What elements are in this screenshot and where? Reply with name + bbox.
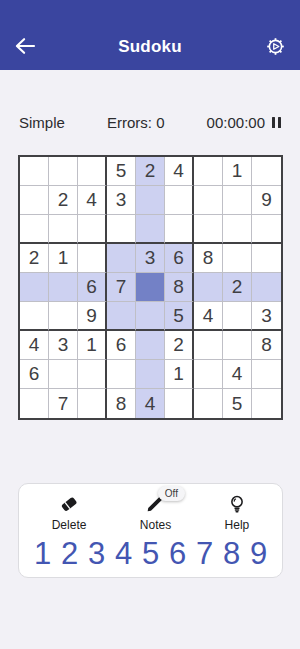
cell-r1c1[interactable] (20, 157, 49, 186)
cell-r2c3[interactable]: 4 (78, 186, 107, 215)
cell-r1c6[interactable]: 4 (165, 157, 194, 186)
cell-r4c2[interactable]: 1 (49, 244, 78, 273)
help-label: Help (225, 518, 250, 532)
cell-r2c8[interactable] (223, 186, 252, 215)
cell-r8c9[interactable] (252, 360, 281, 389)
back-arrow-icon (14, 37, 36, 55)
cell-r5c8[interactable]: 2 (223, 273, 252, 302)
cell-r3c5[interactable] (136, 215, 165, 244)
cell-r3c2[interactable] (49, 215, 78, 244)
cell-r6c6[interactable]: 5 (165, 302, 194, 331)
cell-r2c6[interactable] (165, 186, 194, 215)
cell-r6c7[interactable]: 4 (194, 302, 223, 331)
settings-button[interactable] (262, 34, 288, 58)
cell-r5c7[interactable] (194, 273, 223, 302)
back-button[interactable] (12, 34, 38, 58)
cell-r6c5[interactable] (136, 302, 165, 331)
sudoku-board: 5241243921368678295434316286147845 (18, 155, 283, 420)
cell-r6c8[interactable] (223, 302, 252, 331)
cell-r2c1[interactable] (20, 186, 49, 215)
cell-r3c7[interactable] (194, 215, 223, 244)
cell-r1c7[interactable] (194, 157, 223, 186)
cell-r5c2[interactable] (49, 273, 78, 302)
cell-r3c8[interactable] (223, 215, 252, 244)
cell-r9c3[interactable] (78, 389, 107, 418)
cell-r7c9[interactable]: 8 (252, 331, 281, 360)
cell-r8c3[interactable] (78, 360, 107, 389)
cell-r9c9[interactable] (252, 389, 281, 418)
cell-r5c4[interactable]: 7 (107, 273, 136, 302)
cell-r3c3[interactable] (78, 215, 107, 244)
cell-r8c6[interactable]: 1 (165, 360, 194, 389)
numpad-3[interactable]: 3 (88, 538, 105, 569)
status-row: Simple Errors: 0 00:00:00 (0, 111, 300, 133)
cell-r9c4[interactable]: 8 (107, 389, 136, 418)
cell-r6c3[interactable]: 9 (78, 302, 107, 331)
lightbulb-icon (226, 493, 248, 515)
cell-r9c7[interactable] (194, 389, 223, 418)
cell-r5c3[interactable]: 6 (78, 273, 107, 302)
tools-row: Delete Off Notes Help (25, 493, 276, 532)
cell-r1c5[interactable]: 2 (136, 157, 165, 186)
cell-r5c5[interactable] (136, 273, 165, 302)
cell-r8c5[interactable] (136, 360, 165, 389)
errors-label: Errors: 0 (107, 114, 165, 131)
cell-r2c9[interactable]: 9 (252, 186, 281, 215)
timer-value: 00:00:00 (207, 114, 265, 131)
cell-r1c2[interactable] (49, 157, 78, 186)
cell-r5c6[interactable]: 8 (165, 273, 194, 302)
cell-r1c3[interactable] (78, 157, 107, 186)
notes-button[interactable]: Off Notes (140, 493, 171, 532)
cell-r8c2[interactable] (49, 360, 78, 389)
eraser-icon (57, 493, 81, 515)
cell-r6c4[interactable] (107, 302, 136, 331)
difficulty-label: Simple (19, 114, 65, 131)
numpad-7[interactable]: 7 (196, 538, 213, 569)
numpad-2[interactable]: 2 (61, 538, 78, 569)
cell-r6c2[interactable] (49, 302, 78, 331)
delete-button[interactable]: Delete (52, 493, 87, 532)
delete-label: Delete (52, 518, 87, 532)
cell-r5c1[interactable] (20, 273, 49, 302)
cell-r2c2[interactable]: 2 (49, 186, 78, 215)
notes-label: Notes (140, 518, 171, 532)
cell-r4c1[interactable]: 2 (20, 244, 49, 273)
cell-r9c2[interactable]: 7 (49, 389, 78, 418)
cell-r3c1[interactable] (20, 215, 49, 244)
number-pad: 123456789 (25, 538, 276, 571)
page-title: Sudoku (0, 37, 300, 57)
cell-r1c8[interactable]: 1 (223, 157, 252, 186)
numpad-4[interactable]: 4 (115, 538, 132, 569)
cell-r2c4[interactable]: 3 (107, 186, 136, 215)
cell-r7c2[interactable]: 3 (49, 331, 78, 360)
cell-r7c3[interactable]: 1 (78, 331, 107, 360)
cell-r8c8[interactable]: 4 (223, 360, 252, 389)
cell-r7c8[interactable] (223, 331, 252, 360)
cell-r4c7[interactable]: 8 (194, 244, 223, 273)
cell-r8c1[interactable]: 6 (20, 360, 49, 389)
app-header: Sudoku (0, 0, 300, 70)
cell-r2c5[interactable] (136, 186, 165, 215)
cell-r9c8[interactable]: 5 (223, 389, 252, 418)
pause-icon (272, 117, 275, 128)
cell-r6c1[interactable] (20, 302, 49, 331)
cell-r4c3[interactable] (78, 244, 107, 273)
numpad-9[interactable]: 9 (250, 538, 267, 569)
numpad-6[interactable]: 6 (169, 538, 186, 569)
cell-r4c6[interactable]: 6 (165, 244, 194, 273)
cell-r7c4[interactable]: 6 (107, 331, 136, 360)
cell-r1c4[interactable]: 5 (107, 157, 136, 186)
numpad-1[interactable]: 1 (34, 538, 51, 569)
cell-r9c6[interactable] (165, 389, 194, 418)
control-card: Delete Off Notes Help 123456789 (18, 483, 283, 578)
cell-r8c7[interactable] (194, 360, 223, 389)
cell-r7c7[interactable] (194, 331, 223, 360)
cell-r3c4[interactable] (107, 215, 136, 244)
help-button[interactable]: Help (225, 493, 250, 532)
cell-r9c5[interactable]: 4 (136, 389, 165, 418)
cell-r3c6[interactable] (165, 215, 194, 244)
cell-r4c4[interactable] (107, 244, 136, 273)
notes-off-badge: Off (158, 486, 185, 501)
numpad-8[interactable]: 8 (223, 538, 240, 569)
cell-r7c5[interactable] (136, 331, 165, 360)
cell-r1c9[interactable] (252, 157, 281, 186)
gear-icon (265, 36, 286, 57)
cell-r4c5[interactable]: 3 (136, 244, 165, 273)
pause-button[interactable] (272, 115, 281, 130)
cell-r8c4[interactable] (107, 360, 136, 389)
cell-r3c9[interactable] (252, 215, 281, 244)
cell-r2c7[interactable] (194, 186, 223, 215)
cell-r4c9[interactable] (252, 244, 281, 273)
cell-r7c1[interactable]: 4 (20, 331, 49, 360)
numpad-5[interactable]: 5 (142, 538, 159, 569)
cell-r4c8[interactable] (223, 244, 252, 273)
cell-r7c6[interactable]: 2 (165, 331, 194, 360)
cell-r5c9[interactable] (252, 273, 281, 302)
cell-r9c1[interactable] (20, 389, 49, 418)
cell-r6c9[interactable]: 3 (252, 302, 281, 331)
